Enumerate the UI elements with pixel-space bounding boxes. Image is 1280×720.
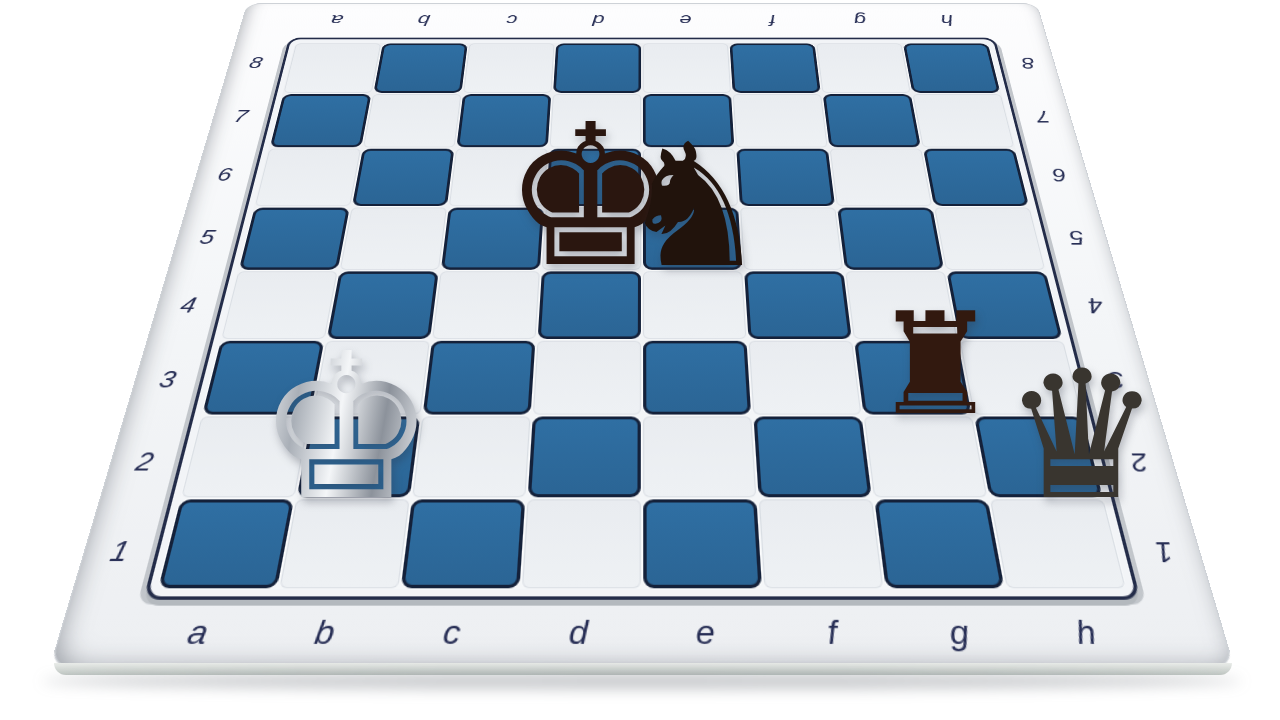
file-label-bottom-e: e [642,600,771,668]
square-h5[interactable] [934,208,1045,270]
piece-black-queen-h2[interactable]: ♛ [1002,348,1161,525]
file-label-top-d: d [554,3,642,37]
piece-black-knight-e5[interactable]: ♞ [617,120,769,290]
square-f1[interactable] [759,499,884,588]
square-d2[interactable] [528,416,641,497]
square-e1[interactable] [643,499,762,588]
square-a6[interactable] [255,149,361,206]
square-a7[interactable] [270,94,372,147]
file-label-bottom-h: h [1016,600,1158,668]
file-labels-bottom: abcdefgh [126,600,1159,668]
piece-white-king-b2[interactable]: ♚ [256,327,436,528]
square-d1[interactable] [522,499,641,588]
square-b7[interactable] [363,94,461,147]
file-label-top-c: c [466,3,556,37]
square-h7[interactable] [913,94,1015,147]
square-f3[interactable] [749,341,862,415]
square-a5[interactable] [239,208,350,270]
square-g8[interactable] [816,43,910,92]
file-label-top-h: h [900,3,995,37]
file-label-top-g: g [814,3,907,37]
file-label-bottom-b: b [255,600,393,668]
square-e3[interactable] [643,341,751,415]
square-g7[interactable] [823,94,921,147]
square-a8[interactable] [284,43,381,92]
square-f2[interactable] [753,416,871,497]
file-label-top-a: a [289,3,384,37]
square-g5[interactable] [837,208,944,270]
file-label-bottom-c: c [384,600,517,668]
square-b8[interactable] [373,43,467,92]
file-label-top-f: f [728,3,818,37]
piece-black-rook-g3[interactable]: ♜ [873,294,999,435]
square-f8[interactable] [730,43,821,92]
square-d3[interactable] [533,341,641,415]
file-labels-top: abcdefgh [289,3,995,37]
file-label-bottom-a: a [126,600,268,668]
file-label-top-b: b [377,3,470,37]
file-label-bottom-d: d [513,600,642,668]
board-shadow [42,673,1242,689]
square-g1[interactable] [874,499,1004,588]
square-b5[interactable] [340,208,447,270]
file-label-bottom-f: f [767,600,900,668]
square-g6[interactable] [830,149,932,206]
file-label-top-e: e [642,3,730,37]
page-background: abcdefgh abcdefgh 87654321 87654321 ♚♞♜♛… [0,0,1280,720]
square-h6[interactable] [923,149,1029,206]
square-c3[interactable] [423,341,536,415]
file-label-bottom-g: g [891,600,1029,668]
square-h8[interactable] [903,43,1000,92]
square-e2[interactable] [643,416,756,497]
square-b6[interactable] [352,149,454,206]
